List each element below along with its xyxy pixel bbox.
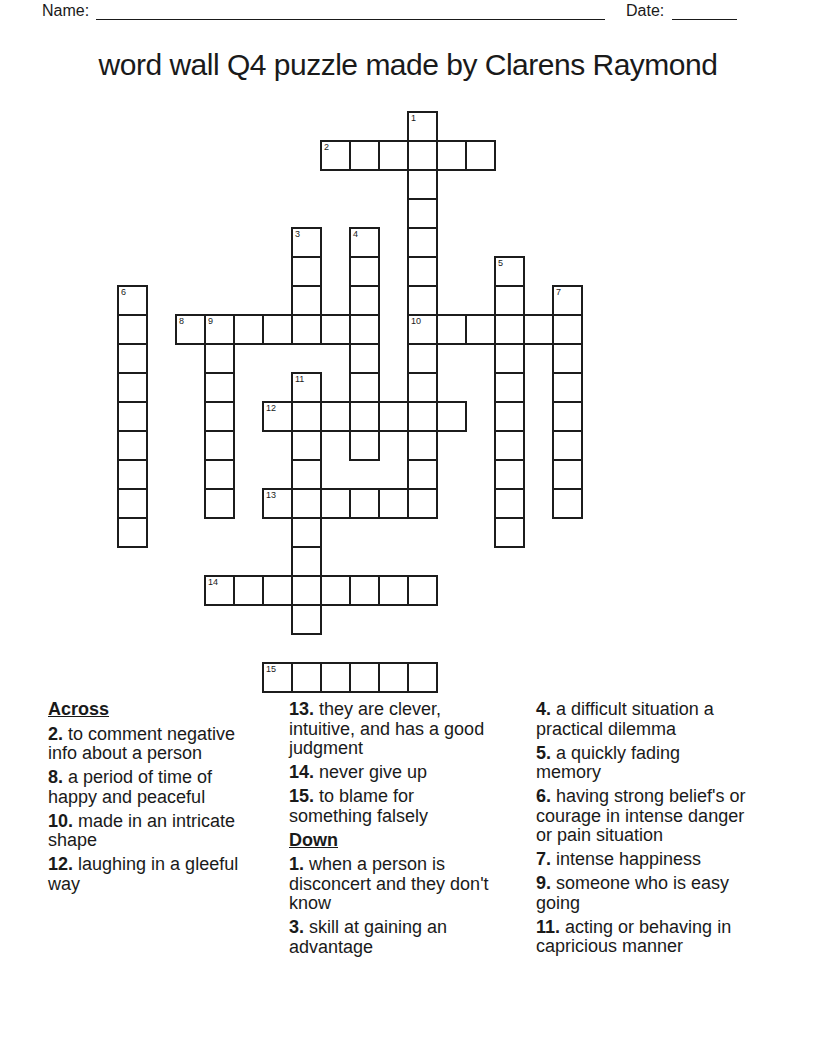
- clue-item-14: 14.never give up: [289, 763, 495, 783]
- grid-cell-r5c8[interactable]: [349, 256, 380, 287]
- clue-item-7: 7.intense happiness: [536, 850, 750, 870]
- clue-item-8: 8.a period of time of happy and peaceful: [48, 768, 248, 807]
- grid-cell-r7c4[interactable]: [233, 314, 264, 345]
- grid-cell-r12c6[interactable]: [291, 459, 322, 490]
- date-blank-line: [672, 0, 737, 20]
- grid-cell-r11c10[interactable]: [407, 430, 438, 461]
- clue-number-7: 7: [556, 287, 561, 297]
- grid-cell-r10c6[interactable]: [291, 401, 322, 432]
- grid-cell-r8c3[interactable]: [204, 343, 235, 374]
- date-label: Date:: [626, 2, 664, 20]
- down-heading: Down: [289, 831, 495, 851]
- grid-cell-r1c7[interactable]: 2: [320, 140, 351, 171]
- clue-item-number: 4.: [536, 699, 551, 719]
- clue-item-text: laughing in a gleeful way: [48, 854, 238, 894]
- clue-item-text: someone who is easy going: [536, 873, 729, 913]
- clue-item-number: 7.: [536, 849, 551, 869]
- grid-cell-r4c10[interactable]: [407, 227, 438, 258]
- grid-cell-r11c0[interactable]: [117, 430, 148, 461]
- name-blank-line: [96, 0, 605, 20]
- clue-number-6: 6: [121, 287, 126, 297]
- clue-item-number: 10.: [48, 811, 73, 831]
- clue-item-10: 10.made in an intricate shape: [48, 812, 248, 851]
- clue-number-12: 12: [266, 403, 276, 413]
- grid-cell-r16c9[interactable]: [378, 575, 409, 606]
- grid-cell-r13c5[interactable]: 13: [262, 488, 293, 519]
- clue-item-number: 6.: [536, 786, 551, 806]
- clue-number-1: 1: [411, 113, 416, 123]
- grid-cell-r15c6[interactable]: [291, 546, 322, 577]
- name-label: Name:: [42, 2, 89, 20]
- grid-cell-r13c9[interactable]: [378, 488, 409, 519]
- clue-item-text: made in an intricate shape: [48, 811, 235, 851]
- grid-cell-r10c10[interactable]: [407, 401, 438, 432]
- clue-number-13: 13: [266, 490, 276, 500]
- clue-item-number: 11.: [536, 917, 560, 937]
- grid-cell-r10c11[interactable]: [436, 401, 467, 432]
- grid-cell-r10c3[interactable]: [204, 401, 235, 432]
- clue-number-10: 10: [411, 316, 421, 326]
- grid-cell-r4c6[interactable]: 3: [291, 227, 322, 258]
- grid-cell-r7c15[interactable]: [552, 314, 583, 345]
- clue-item-text: a period of time of happy and peaceful: [48, 767, 212, 807]
- grid-cell-r14c13[interactable]: [494, 517, 525, 548]
- grid-cell-r13c6[interactable]: [291, 488, 322, 519]
- clue-item-text: intense happiness: [556, 849, 701, 869]
- grid-cell-r9c15[interactable]: [552, 372, 583, 403]
- clue-item-13: 13.they are clever, intuitive, and has a…: [289, 700, 495, 759]
- grid-cell-r12c15[interactable]: [552, 459, 583, 490]
- grid-cell-r8c10[interactable]: [407, 343, 438, 374]
- grid-cell-r13c15[interactable]: [552, 488, 583, 519]
- grid-cell-r16c8[interactable]: [349, 575, 380, 606]
- grid-cell-r7c11[interactable]: [436, 314, 467, 345]
- clue-number-5: 5: [498, 258, 503, 268]
- clue-item-11: 11.acting or behaving in capricious mann…: [536, 918, 750, 957]
- clue-item-text: they are clever, intuitive, and has a go…: [289, 699, 484, 758]
- grid-cell-r12c0[interactable]: [117, 459, 148, 490]
- clue-item-12: 12.laughing in a gleeful way: [48, 855, 248, 894]
- grid-cell-r7c0[interactable]: [117, 314, 148, 345]
- grid-cell-r0c10[interactable]: 1: [407, 111, 438, 142]
- clue-number-14: 14: [208, 577, 218, 587]
- clue-item-text: skill at gaining an advantage: [289, 917, 447, 957]
- grid-cell-r16c10[interactable]: [407, 575, 438, 606]
- clue-item-15: 15.to blame for something falsely: [289, 787, 495, 826]
- grid-cell-r11c15[interactable]: [552, 430, 583, 461]
- across-heading: Across: [48, 700, 248, 720]
- clue-item-text: never give up: [319, 762, 427, 782]
- grid-cell-r9c3[interactable]: [204, 372, 235, 403]
- clue-item-6: 6.having strong belief's or courage in i…: [536, 787, 750, 846]
- grid-cell-r16c4[interactable]: [233, 575, 264, 606]
- clue-number-11: 11: [295, 374, 304, 384]
- clue-item-number: 8.: [48, 767, 63, 787]
- clue-item-number: 13.: [289, 699, 314, 719]
- grid-cell-r13c13[interactable]: [494, 488, 525, 519]
- grid-cell-r16c7[interactable]: [320, 575, 351, 606]
- grid-cell-r6c0[interactable]: 6: [117, 285, 148, 316]
- grid-cell-r8c8[interactable]: [349, 343, 380, 374]
- clue-item-2: 2.to comment negative info about a perso…: [48, 725, 248, 764]
- clue-item-4: 4.a difficult situation a practical dile…: [536, 700, 750, 739]
- grid-cell-r10c13[interactable]: [494, 401, 525, 432]
- clue-item-9: 9.someone who is easy going: [536, 874, 750, 913]
- grid-cell-r1c8[interactable]: [349, 140, 380, 171]
- clue-number-3: 3: [295, 229, 300, 239]
- grid-cell-r13c10[interactable]: [407, 488, 438, 519]
- grid-cell-r7c7[interactable]: [320, 314, 351, 345]
- grid-cell-r8c15[interactable]: [552, 343, 583, 374]
- grid-cell-r6c10[interactable]: [407, 285, 438, 316]
- grid-cell-r13c8[interactable]: [349, 488, 380, 519]
- clue-number-8: 8: [179, 316, 184, 326]
- grid-cell-r6c13[interactable]: [494, 285, 525, 316]
- clue-item-number: 14.: [289, 762, 314, 782]
- grid-cell-r11c13[interactable]: [494, 430, 525, 461]
- grid-cell-r11c6[interactable]: [291, 430, 322, 461]
- grid-cell-r19c9[interactable]: [378, 662, 409, 693]
- grid-cell-r10c8[interactable]: [349, 401, 380, 432]
- grid-cell-r19c8[interactable]: [349, 662, 380, 693]
- grid-cell-r11c3[interactable]: [204, 430, 235, 461]
- grid-cell-r9c6[interactable]: 11: [291, 372, 322, 403]
- clue-item-number: 15.: [289, 786, 314, 806]
- grid-cell-r7c6[interactable]: [291, 314, 322, 345]
- clue-item-text: a quickly fading memory: [536, 743, 680, 783]
- grid-cell-r12c3[interactable]: [204, 459, 235, 490]
- clue-item-number: 12.: [48, 854, 73, 874]
- clues-column-middle: 13.they are clever, intuitive, and has a…: [289, 700, 495, 962]
- grid-cell-r19c5[interactable]: 15: [262, 662, 293, 693]
- worksheet-page: { "header": { "name_label": "Name:", "da…: [0, 0, 816, 1056]
- grid-cell-r5c13[interactable]: 5: [494, 256, 525, 287]
- grid-cell-r7c2[interactable]: 8: [175, 314, 206, 345]
- grid-cell-r9c13[interactable]: [494, 372, 525, 403]
- grid-cell-r13c3[interactable]: [204, 488, 235, 519]
- grid-cell-r8c13[interactable]: [494, 343, 525, 374]
- grid-cell-r19c7[interactable]: [320, 662, 351, 693]
- grid-cell-r17c6[interactable]: [291, 604, 322, 635]
- grid-cell-r5c6[interactable]: [291, 256, 322, 287]
- grid-cell-r13c7[interactable]: [320, 488, 351, 519]
- grid-cell-r19c10[interactable]: [407, 662, 438, 693]
- clue-item-text: acting or behaving in capricious manner: [536, 917, 731, 957]
- grid-cell-r16c6[interactable]: [291, 575, 322, 606]
- clues-column-across: Across2.to comment negative info about a…: [48, 700, 248, 899]
- grid-cell-r6c6[interactable]: [291, 285, 322, 316]
- grid-cell-r1c12[interactable]: [465, 140, 496, 171]
- grid-cell-r9c10[interactable]: [407, 372, 438, 403]
- clue-item-5: 5.a quickly fading memory: [536, 744, 750, 783]
- grid-cell-r1c10[interactable]: [407, 140, 438, 171]
- grid-cell-r16c5[interactable]: [262, 575, 293, 606]
- clue-item-1: 1.when a person is disconcert and they d…: [289, 855, 495, 914]
- grid-cell-r7c12[interactable]: [465, 314, 496, 345]
- grid-cell-r16c3[interactable]: 14: [204, 575, 235, 606]
- clue-item-number: 5.: [536, 743, 551, 763]
- grid-cell-r7c10[interactable]: 10: [407, 314, 438, 345]
- grid-cell-r7c3[interactable]: 9: [204, 314, 235, 345]
- grid-cell-r9c8[interactable]: [349, 372, 380, 403]
- clues-column-down: 4.a difficult situation a practical dile…: [536, 700, 750, 961]
- clue-item-number: 2.: [48, 724, 63, 744]
- grid-cell-r9c0[interactable]: [117, 372, 148, 403]
- grid-cell-r10c5[interactable]: 12: [262, 401, 293, 432]
- grid-cell-r7c14[interactable]: [523, 314, 554, 345]
- clue-number-4: 4: [353, 229, 358, 239]
- grid-cell-r3c10[interactable]: [407, 198, 438, 229]
- grid-cell-r10c0[interactable]: [117, 401, 148, 432]
- grid-cell-r1c11[interactable]: [436, 140, 467, 171]
- grid-cell-r5c10[interactable]: [407, 256, 438, 287]
- grid-cell-r8c0[interactable]: [117, 343, 148, 374]
- clue-item-text: a difficult situation a practical dilemm…: [536, 699, 714, 739]
- clue-item-text: when a person is disconcert and they don…: [289, 854, 489, 913]
- grid-cell-r7c13[interactable]: [494, 314, 525, 345]
- page-title: word wall Q4 puzzle made by Clarens Raym…: [0, 48, 816, 82]
- clue-number-15: 15: [266, 664, 276, 674]
- clue-item-number: 1.: [289, 854, 304, 874]
- clue-item-text: having strong belief's or courage in int…: [536, 786, 746, 845]
- crossword-grid: 123456789101112131415: [117, 111, 583, 693]
- clue-number-9: 9: [208, 316, 213, 326]
- grid-cell-r11c8[interactable]: [349, 430, 380, 461]
- grid-cell-r14c6[interactable]: [291, 517, 322, 548]
- clue-number-2: 2: [324, 142, 329, 152]
- grid-cell-r6c15[interactable]: 7: [552, 285, 583, 316]
- grid-cell-r12c10[interactable]: [407, 459, 438, 490]
- grid-cell-r10c9[interactable]: [378, 401, 409, 432]
- grid-cell-r2c10[interactable]: [407, 169, 438, 200]
- grid-cell-r12c13[interactable]: [494, 459, 525, 490]
- grid-cell-r7c5[interactable]: [262, 314, 293, 345]
- clue-item-number: 9.: [536, 873, 551, 893]
- grid-cell-r4c8[interactable]: 4: [349, 227, 380, 258]
- clue-item-3: 3.skill at gaining an advantage: [289, 918, 495, 957]
- grid-cell-r1c9[interactable]: [378, 140, 409, 171]
- grid-cell-r10c7[interactable]: [320, 401, 351, 432]
- grid-cell-r19c6[interactable]: [291, 662, 322, 693]
- grid-cell-r6c8[interactable]: [349, 285, 380, 316]
- clue-item-number: 3.: [289, 917, 304, 937]
- grid-cell-r7c8[interactable]: [349, 314, 380, 345]
- grid-cell-r14c0[interactable]: [117, 517, 148, 548]
- grid-cell-r13c0[interactable]: [117, 488, 148, 519]
- clue-item-text: to comment negative info about a person: [48, 724, 235, 764]
- grid-cell-r10c15[interactable]: [552, 401, 583, 432]
